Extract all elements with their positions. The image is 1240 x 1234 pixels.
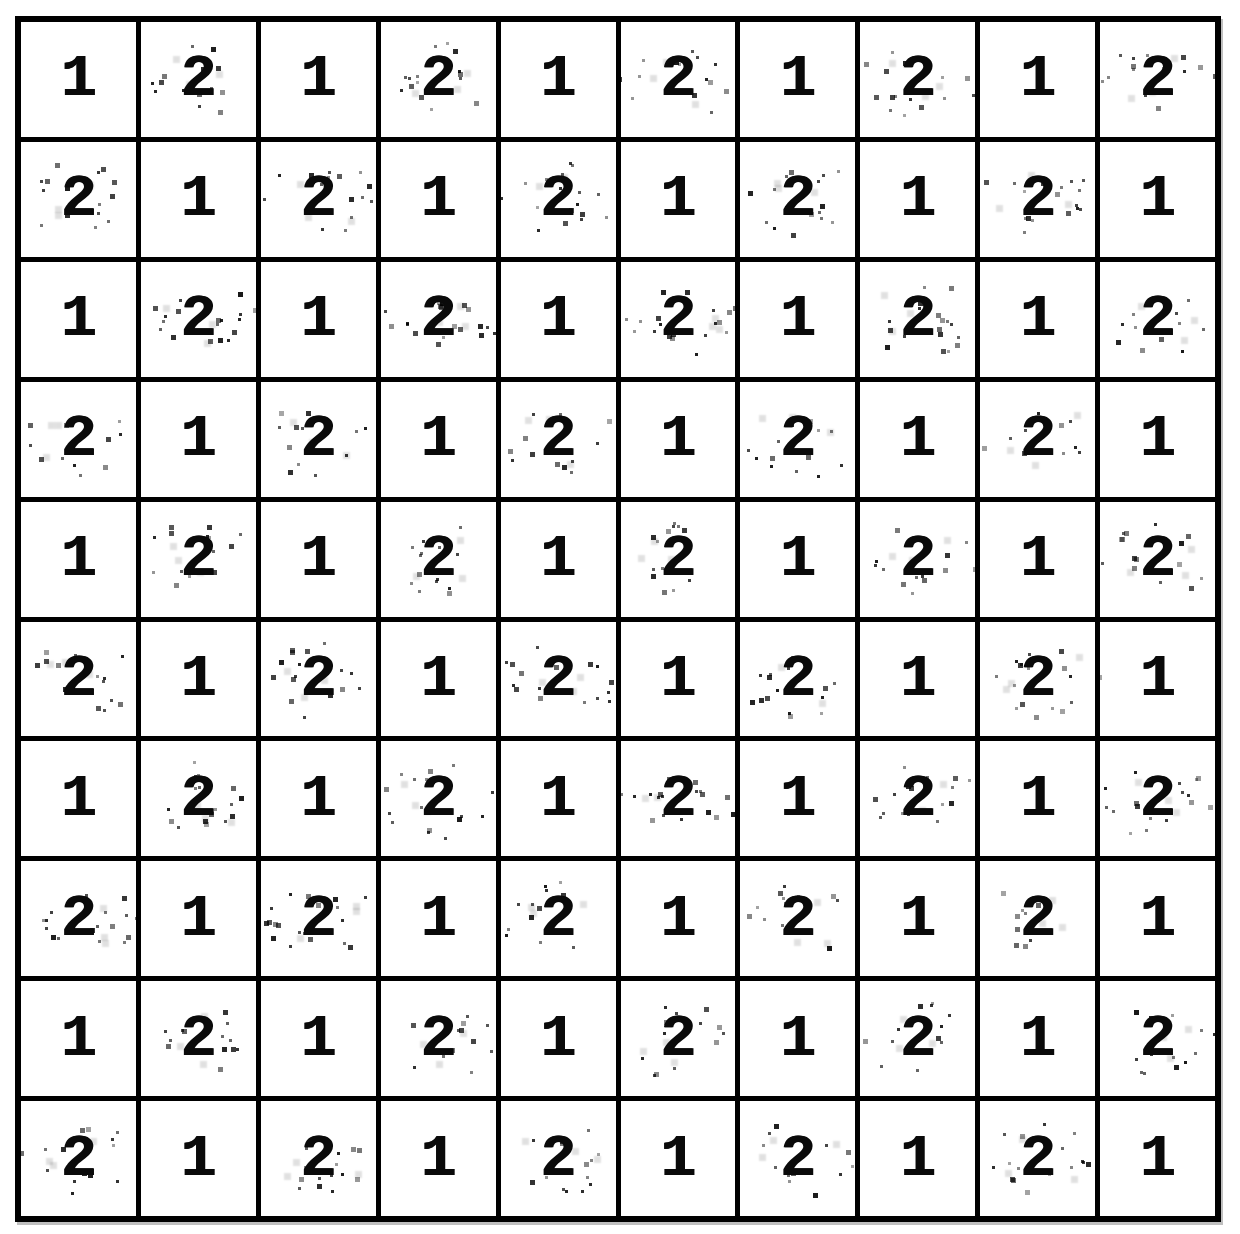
grid-cell: 2 xyxy=(21,861,136,976)
grid-cell: 1 xyxy=(501,502,616,617)
cell-value: 2 xyxy=(660,289,696,349)
cell-value: 2 xyxy=(900,49,936,109)
cell-value: 2 xyxy=(180,49,216,109)
cell-value: 1 xyxy=(1020,769,1056,829)
grid-cell: 1 xyxy=(740,741,855,856)
cell-value: 2 xyxy=(540,169,576,229)
cell-value: 2 xyxy=(180,289,216,349)
cell-value: 1 xyxy=(900,1129,936,1189)
grid-cell: 2 xyxy=(381,22,496,137)
cell-value: 1 xyxy=(540,529,576,589)
cell-value: 2 xyxy=(540,409,576,469)
grid-cell: 1 xyxy=(621,622,736,737)
cell-value: 2 xyxy=(60,409,96,469)
cell-value: 1 xyxy=(1140,889,1176,949)
cell-value: 2 xyxy=(420,49,456,109)
cell-value: 1 xyxy=(1020,529,1056,589)
cell-value: 1 xyxy=(300,1009,336,1069)
grid-cell: 2 xyxy=(740,142,855,257)
cell-value: 1 xyxy=(180,1129,216,1189)
grid-cell: 1 xyxy=(1100,382,1215,497)
grid-cell: 1 xyxy=(621,142,736,257)
cell-value: 2 xyxy=(300,649,336,709)
grid-cell: 2 xyxy=(1100,981,1215,1096)
cell-value: 2 xyxy=(660,1009,696,1069)
cell-value: 1 xyxy=(540,769,576,829)
cell-value: 1 xyxy=(300,49,336,109)
cell-value: 2 xyxy=(900,289,936,349)
cell-value: 2 xyxy=(60,1129,96,1189)
cell-value: 1 xyxy=(1140,409,1176,469)
grid-cell: 2 xyxy=(1100,262,1215,377)
grid-cell: 2 xyxy=(381,981,496,1096)
cell-value: 2 xyxy=(420,1009,456,1069)
cell-value: 1 xyxy=(1140,169,1176,229)
grid-cell: 1 xyxy=(621,382,736,497)
cell-value: 2 xyxy=(60,169,96,229)
grid-cell: 2 xyxy=(621,981,736,1096)
cell-value: 2 xyxy=(420,529,456,589)
grid-cell: 2 xyxy=(1100,502,1215,617)
cell-value: 1 xyxy=(1020,289,1056,349)
grid-cell: 2 xyxy=(621,502,736,617)
grid-cell: 2 xyxy=(21,622,136,737)
cell-value: 2 xyxy=(1140,289,1176,349)
cell-value: 2 xyxy=(300,889,336,949)
cell-value: 1 xyxy=(900,169,936,229)
grid-cell: 1 xyxy=(980,741,1095,856)
grid-cell: 1 xyxy=(141,142,256,257)
cell-value: 1 xyxy=(780,289,816,349)
grid-cell: 1 xyxy=(980,502,1095,617)
grid-cell: 1 xyxy=(860,622,975,737)
cell-value: 1 xyxy=(660,649,696,709)
grid-cell: 2 xyxy=(860,741,975,856)
cell-value: 1 xyxy=(180,409,216,469)
grid-cell: 2 xyxy=(261,622,376,737)
cell-value: 1 xyxy=(420,889,456,949)
grid-cell: 2 xyxy=(381,502,496,617)
cell-value: 2 xyxy=(60,649,96,709)
cell-value: 1 xyxy=(780,49,816,109)
cell-value: 2 xyxy=(1020,649,1056,709)
cell-value: 1 xyxy=(660,889,696,949)
cell-value: 2 xyxy=(660,529,696,589)
grid-cell: 2 xyxy=(740,861,855,976)
cell-value: 2 xyxy=(1140,529,1176,589)
grid-cell: 2 xyxy=(141,262,256,377)
cell-value: 2 xyxy=(420,769,456,829)
grid-cell: 1 xyxy=(740,262,855,377)
grid-cell: 1 xyxy=(860,382,975,497)
grid-cell: 2 xyxy=(501,1101,616,1216)
grid-cell: 2 xyxy=(141,981,256,1096)
grid-cell: 2 xyxy=(501,622,616,737)
grid-cell: 1 xyxy=(860,1101,975,1216)
grid-cell: 1 xyxy=(141,861,256,976)
grid-cell: 1 xyxy=(501,741,616,856)
cell-value: 2 xyxy=(900,1009,936,1069)
grid-cell: 2 xyxy=(381,741,496,856)
grid-cell: 1 xyxy=(21,502,136,617)
cell-value: 2 xyxy=(1020,1129,1056,1189)
grid-cell: 2 xyxy=(21,1101,136,1216)
cell-value: 2 xyxy=(780,649,816,709)
grid-cell: 2 xyxy=(501,142,616,257)
grid-cell: 2 xyxy=(740,1101,855,1216)
cell-value: 2 xyxy=(900,769,936,829)
grid-cell: 2 xyxy=(501,861,616,976)
cell-value: 1 xyxy=(300,289,336,349)
grid-cell: 2 xyxy=(1100,741,1215,856)
grid-cell: 1 xyxy=(21,262,136,377)
grid-cell: 2 xyxy=(501,382,616,497)
grid-cell: 1 xyxy=(261,502,376,617)
grid-cell: 1 xyxy=(980,22,1095,137)
cell-value: 2 xyxy=(180,529,216,589)
cell-value: 2 xyxy=(780,1129,816,1189)
cell-value: 2 xyxy=(780,409,816,469)
cell-value: 1 xyxy=(1140,1129,1176,1189)
cell-value: 1 xyxy=(420,1129,456,1189)
cell-value: 1 xyxy=(780,769,816,829)
grid-cell: 2 xyxy=(980,622,1095,737)
cell-value: 2 xyxy=(300,409,336,469)
cell-value: 1 xyxy=(300,769,336,829)
grid-cell: 1 xyxy=(501,981,616,1096)
grid-cell: 1 xyxy=(501,22,616,137)
grid-cell: 2 xyxy=(261,1101,376,1216)
grid-cell: 1 xyxy=(1100,1101,1215,1216)
cell-value: 2 xyxy=(660,769,696,829)
grid-cell: 2 xyxy=(860,502,975,617)
cell-value: 2 xyxy=(1020,169,1056,229)
cell-value: 2 xyxy=(660,49,696,109)
grid-cell: 2 xyxy=(860,262,975,377)
grid-cell: 1 xyxy=(141,1101,256,1216)
grid-cell: 2 xyxy=(621,741,736,856)
grid-cell: 1 xyxy=(740,981,855,1096)
cell-value: 1 xyxy=(780,529,816,589)
cell-value: 1 xyxy=(660,409,696,469)
grid-cell: 1 xyxy=(21,741,136,856)
cell-value: 1 xyxy=(660,169,696,229)
grid-cell: 1 xyxy=(141,622,256,737)
grid-cell: 2 xyxy=(21,142,136,257)
grid-cell: 2 xyxy=(860,22,975,137)
cell-value: 2 xyxy=(1140,1009,1176,1069)
grid-cell: 1 xyxy=(21,981,136,1096)
grid-cell: 1 xyxy=(621,861,736,976)
grid-cell: 1 xyxy=(261,262,376,377)
grid-cell: 1 xyxy=(1100,622,1215,737)
grid-cell: 2 xyxy=(1100,22,1215,137)
grid-cell: 1 xyxy=(860,861,975,976)
cell-value: 2 xyxy=(780,889,816,949)
grid-cell: 1 xyxy=(980,262,1095,377)
grid-cell: 2 xyxy=(21,382,136,497)
grid-cell: 2 xyxy=(141,741,256,856)
cell-value: 2 xyxy=(1020,889,1056,949)
cell-value: 1 xyxy=(420,409,456,469)
cell-value: 1 xyxy=(420,649,456,709)
grid-cell: 1 xyxy=(261,981,376,1096)
cell-value: 1 xyxy=(180,169,216,229)
grid-cell: 2 xyxy=(740,382,855,497)
grid-cell: 2 xyxy=(980,861,1095,976)
cell-value: 2 xyxy=(540,649,576,709)
cell-value: 1 xyxy=(60,769,96,829)
grid-cell: 1 xyxy=(21,22,136,137)
cell-value: 2 xyxy=(540,1129,576,1189)
grid-cell: 2 xyxy=(261,861,376,976)
grid-cell: 1 xyxy=(1100,861,1215,976)
cell-value: 2 xyxy=(1020,409,1056,469)
cell-value: 2 xyxy=(780,169,816,229)
cell-value: 2 xyxy=(900,529,936,589)
cell-value: 1 xyxy=(540,289,576,349)
cell-value: 1 xyxy=(1020,49,1056,109)
grid-cell: 1 xyxy=(381,861,496,976)
grid-cell: 2 xyxy=(980,142,1095,257)
cell-value: 1 xyxy=(1140,649,1176,709)
cell-value: 2 xyxy=(300,1129,336,1189)
grid-cell: 2 xyxy=(621,262,736,377)
cell-value: 1 xyxy=(180,649,216,709)
cell-value: 1 xyxy=(180,889,216,949)
grid-cell: 2 xyxy=(141,502,256,617)
grid-cell: 2 xyxy=(261,142,376,257)
cell-value: 1 xyxy=(1020,1009,1056,1069)
cell-value: 1 xyxy=(420,169,456,229)
grid-cell: 2 xyxy=(621,22,736,137)
grid-cell: 1 xyxy=(141,382,256,497)
cell-value: 2 xyxy=(420,289,456,349)
grid-cell: 1 xyxy=(381,382,496,497)
cell-value: 1 xyxy=(60,289,96,349)
grid-cell: 2 xyxy=(980,1101,1095,1216)
grid-cell: 2 xyxy=(740,622,855,737)
cell-value: 1 xyxy=(900,889,936,949)
grid-cell: 2 xyxy=(860,981,975,1096)
grid-cell: 1 xyxy=(381,622,496,737)
cell-value: 2 xyxy=(1140,49,1176,109)
cell-value: 1 xyxy=(540,1009,576,1069)
grid-cell: 1 xyxy=(860,142,975,257)
grid-cell: 2 xyxy=(261,382,376,497)
cell-value: 1 xyxy=(900,649,936,709)
cell-value: 2 xyxy=(1140,769,1176,829)
grid-cell: 2 xyxy=(980,382,1095,497)
grid-cell: 1 xyxy=(1100,142,1215,257)
grid-cell: 1 xyxy=(261,741,376,856)
grid-cell: 1 xyxy=(501,262,616,377)
grid-cell: 1 xyxy=(740,502,855,617)
grid-cell: 1 xyxy=(381,1101,496,1216)
cell-value: 1 xyxy=(60,529,96,589)
cell-value: 1 xyxy=(60,1009,96,1069)
grid-cell: 2 xyxy=(141,22,256,137)
cell-value: 2 xyxy=(180,769,216,829)
grid-cell: 1 xyxy=(980,981,1095,1096)
grid-cell: 1 xyxy=(381,142,496,257)
cell-value: 1 xyxy=(60,49,96,109)
cell-value: 1 xyxy=(300,529,336,589)
grid-cell: 1 xyxy=(621,1101,736,1216)
grid-cell: 1 xyxy=(261,22,376,137)
puzzle-grid: 1212121212212121212112121212122121212121… xyxy=(15,16,1221,1222)
cell-value: 1 xyxy=(780,1009,816,1069)
cell-value: 2 xyxy=(60,889,96,949)
cell-value: 2 xyxy=(180,1009,216,1069)
grid-cell: 2 xyxy=(381,262,496,377)
cell-value: 1 xyxy=(540,49,576,109)
cell-value: 1 xyxy=(900,409,936,469)
cell-value: 2 xyxy=(300,169,336,229)
cell-value: 2 xyxy=(540,889,576,949)
cell-value: 1 xyxy=(660,1129,696,1189)
grid-cell: 1 xyxy=(740,22,855,137)
